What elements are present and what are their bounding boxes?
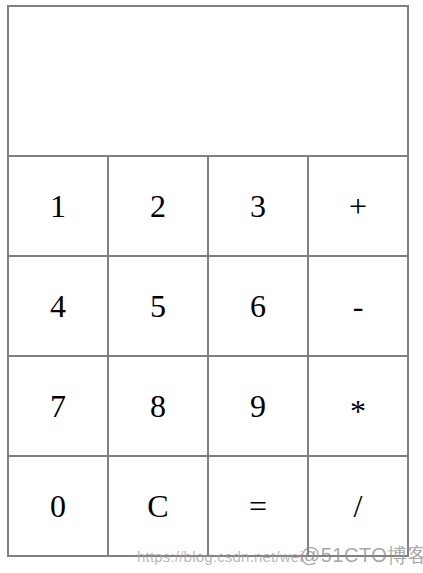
key-divide-label: / xyxy=(354,490,363,522)
key-subtract-label: - xyxy=(353,290,364,322)
key-7-label: 7 xyxy=(50,390,66,422)
key-add[interactable]: + xyxy=(309,157,407,255)
key-8[interactable]: 8 xyxy=(109,357,207,455)
key-2-label: 2 xyxy=(150,190,166,222)
key-9[interactable]: 9 xyxy=(209,357,307,455)
key-6-label: 6 xyxy=(250,290,266,322)
key-clear[interactable]: C xyxy=(109,457,207,555)
key-9-label: 9 xyxy=(250,390,266,422)
key-2[interactable]: 2 xyxy=(109,157,207,255)
key-add-label: + xyxy=(349,190,367,222)
key-clear-label: C xyxy=(147,490,168,522)
key-1-label: 1 xyxy=(50,190,66,222)
key-0-label: 0 xyxy=(50,490,66,522)
key-8-label: 8 xyxy=(150,390,166,422)
key-equals[interactable]: = xyxy=(209,457,307,555)
key-3[interactable]: 3 xyxy=(209,157,307,255)
calculator-app-window: 1 2 3 + 4 5 6 - 7 8 9 * 0 C = / https://… xyxy=(0,0,423,573)
key-4-label: 4 xyxy=(50,290,66,322)
key-5-label: 5 xyxy=(150,290,166,322)
key-3-label: 3 xyxy=(250,190,266,222)
key-divide[interactable]: / xyxy=(309,457,407,555)
key-5[interactable]: 5 xyxy=(109,257,207,355)
key-multiply-label: * xyxy=(350,395,366,427)
key-4[interactable]: 4 xyxy=(9,257,107,355)
key-1[interactable]: 1 xyxy=(9,157,107,255)
key-6[interactable]: 6 xyxy=(209,257,307,355)
calculator-display[interactable] xyxy=(9,7,407,155)
key-multiply[interactable]: * xyxy=(309,357,407,455)
key-7[interactable]: 7 xyxy=(9,357,107,455)
key-0[interactable]: 0 xyxy=(9,457,107,555)
calculator-table: 1 2 3 + 4 5 6 - 7 8 9 * 0 C = / xyxy=(7,5,409,557)
key-equals-label: = xyxy=(249,490,267,522)
key-subtract[interactable]: - xyxy=(309,257,407,355)
